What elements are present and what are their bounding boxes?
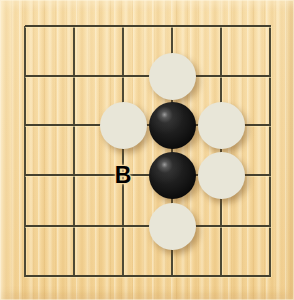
grid-line-vertical — [122, 26, 124, 277]
point-label-B: B — [115, 164, 132, 187]
go-board: B — [0, 0, 294, 300]
stone-white — [149, 53, 196, 100]
stone-white — [149, 203, 196, 250]
stone-white — [100, 102, 147, 149]
grid-line-vertical — [73, 26, 75, 277]
stone-white — [198, 102, 245, 149]
grid-line-horizontal — [25, 275, 271, 277]
grid-line-vertical — [269, 26, 271, 277]
grid-line-horizontal — [25, 25, 271, 27]
stone-black — [149, 152, 196, 199]
grid-line-vertical — [24, 26, 26, 277]
stone-black — [149, 102, 196, 149]
stone-white — [198, 152, 245, 199]
